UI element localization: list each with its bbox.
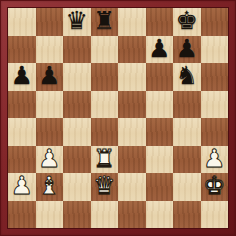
piece-white-bishop[interactable]: ♝ [38,173,60,200]
square-d3[interactable]: ♜ [91,146,119,174]
square-g8[interactable]: ♚ [173,8,201,36]
square-g4[interactable] [173,118,201,146]
square-f7[interactable]: ♟ [146,36,174,64]
square-f2[interactable] [146,173,174,201]
square-f3[interactable] [146,146,174,174]
square-h4[interactable] [201,118,229,146]
square-d4[interactable] [91,118,119,146]
piece-black-knight[interactable]: ♞ [176,63,198,90]
square-b5[interactable] [36,91,64,119]
square-e8[interactable] [118,8,146,36]
piece-white-pawn[interactable]: ♟ [38,146,60,173]
piece-white-king[interactable]: ♚ [203,173,225,200]
square-e3[interactable] [118,146,146,174]
square-a5[interactable] [8,91,36,119]
square-b2[interactable]: ♝ [36,173,64,201]
square-g2[interactable] [173,173,201,201]
piece-black-pawn[interactable]: ♟ [148,36,170,63]
square-b3[interactable]: ♟ [36,146,64,174]
square-b8[interactable] [36,8,64,36]
square-d6[interactable] [91,63,119,91]
square-h3[interactable]: ♟ [201,146,229,174]
square-b4[interactable] [36,118,64,146]
square-a4[interactable] [8,118,36,146]
piece-white-pawn[interactable]: ♟ [203,146,225,173]
square-c2[interactable] [63,173,91,201]
piece-black-rook[interactable]: ♜ [93,8,115,35]
square-h5[interactable] [201,91,229,119]
square-f4[interactable] [146,118,174,146]
square-c8[interactable]: ♛ [63,8,91,36]
square-a8[interactable] [8,8,36,36]
square-h6[interactable] [201,63,229,91]
square-b7[interactable] [36,36,64,64]
square-c1[interactable] [63,201,91,229]
square-a1[interactable] [8,201,36,229]
square-h2[interactable]: ♚ [201,173,229,201]
square-e6[interactable] [118,63,146,91]
square-g7[interactable]: ♟ [173,36,201,64]
square-c6[interactable] [63,63,91,91]
board-frame: ♛♜♚♟♟♟♟♞♟♜♟♟♝♛♚ [0,0,236,236]
square-b6[interactable]: ♟ [36,63,64,91]
square-d1[interactable] [91,201,119,229]
square-a7[interactable] [8,36,36,64]
square-e5[interactable] [118,91,146,119]
square-f5[interactable] [146,91,174,119]
square-d7[interactable] [91,36,119,64]
square-g1[interactable] [173,201,201,229]
piece-black-queen[interactable]: ♛ [66,8,88,35]
piece-black-pawn[interactable]: ♟ [11,63,33,90]
square-e4[interactable] [118,118,146,146]
square-b1[interactable] [36,201,64,229]
square-a6[interactable]: ♟ [8,63,36,91]
square-g6[interactable]: ♞ [173,63,201,91]
piece-black-king[interactable]: ♚ [176,8,198,35]
square-f8[interactable] [146,8,174,36]
square-e7[interactable] [118,36,146,64]
square-d2[interactable]: ♛ [91,173,119,201]
chess-board: ♛♜♚♟♟♟♟♞♟♜♟♟♝♛♚ [8,8,228,228]
piece-black-pawn[interactable]: ♟ [176,36,198,63]
square-d5[interactable] [91,91,119,119]
square-g5[interactable] [173,91,201,119]
square-h7[interactable] [201,36,229,64]
square-h8[interactable] [201,8,229,36]
piece-white-rook[interactable]: ♜ [93,146,115,173]
square-d8[interactable]: ♜ [91,8,119,36]
square-a3[interactable] [8,146,36,174]
square-a2[interactable]: ♟ [8,173,36,201]
square-h1[interactable] [201,201,229,229]
square-c3[interactable] [63,146,91,174]
square-c4[interactable] [63,118,91,146]
square-e2[interactable] [118,173,146,201]
square-c5[interactable] [63,91,91,119]
square-f1[interactable] [146,201,174,229]
square-e1[interactable] [118,201,146,229]
piece-white-queen[interactable]: ♛ [93,173,115,200]
square-g3[interactable] [173,146,201,174]
square-f6[interactable] [146,63,174,91]
piece-black-pawn[interactable]: ♟ [38,63,60,90]
piece-white-pawn[interactable]: ♟ [11,173,33,200]
square-c7[interactable] [63,36,91,64]
